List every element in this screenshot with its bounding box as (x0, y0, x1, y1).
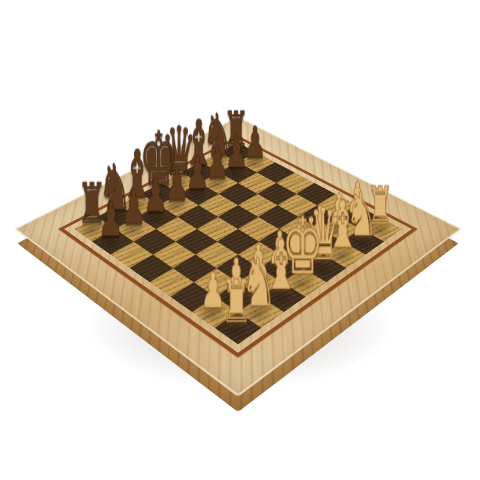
chess-board: ♜♞♝♚♛♝♞♜♟♟♟♟♟♟♟♟♟♟♟♟♟♟♟♟♜♞♝♚♛♝♞♜ (15, 117, 462, 397)
perspective-space: ♜♞♝♚♛♝♞♜♟♟♟♟♟♟♟♟♟♟♟♟♟♟♟♟♜♞♝♚♛♝♞♜ (0, 0, 480, 480)
black-pawn-glyph: ♟ (78, 197, 143, 243)
white-rook-glyph: ♜ (199, 274, 273, 330)
scene: ♜♞♝♚♛♝♞♜♟♟♟♟♟♟♟♟♟♟♟♟♟♟♟♟♜♞♝♚♛♝♞♜ (0, 0, 480, 480)
